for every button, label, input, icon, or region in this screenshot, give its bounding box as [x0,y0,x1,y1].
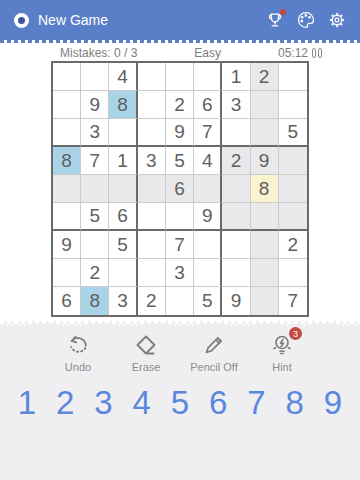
cell-r7c6[interactable] [194,231,222,259]
cell-r6c1[interactable] [53,203,81,231]
cell-r3c5[interactable]: 9 [166,119,194,147]
cell-r2c5[interactable]: 2 [166,91,194,119]
undo-button[interactable]: Undo [44,332,112,373]
cell-r9c1[interactable]: 6 [53,287,81,315]
lightbulb-icon: 3 [269,332,295,358]
cell-r3c3[interactable] [109,119,137,147]
cell-r2c2[interactable]: 9 [81,91,109,119]
settings-button[interactable] [326,9,348,31]
cell-r1c1[interactable] [53,63,81,91]
cell-r6c8[interactable] [251,203,279,231]
cell-r3c1[interactable] [53,119,81,147]
palette-button[interactable] [295,9,317,31]
numpad-5[interactable]: 5 [165,385,195,421]
cell-r1c8[interactable]: 2 [251,63,279,91]
cell-r7c5[interactable]: 7 [166,231,194,259]
numpad-6[interactable]: 6 [203,385,233,421]
cell-r3c8[interactable] [251,119,279,147]
cell-r8c1[interactable] [53,259,81,287]
cell-r3c4[interactable] [138,119,166,147]
numpad-9[interactable]: 9 [318,385,348,421]
cell-r2c1[interactable] [53,91,81,119]
cell-r8c3[interactable] [109,259,137,287]
cell-r5c6[interactable] [194,175,222,203]
sudoku-board: 41298263397587135429685699572236832597 [51,61,309,317]
cell-r1c6[interactable] [194,63,222,91]
erase-button[interactable]: Erase [112,332,180,373]
cell-r6c4[interactable] [138,203,166,231]
pause-button[interactable] [312,48,322,58]
palette-icon [296,10,316,30]
cell-r6c7[interactable] [222,203,250,231]
cell-r5c8[interactable]: 8 [251,175,279,203]
cell-r4c4[interactable]: 3 [138,147,166,175]
numpad-3[interactable]: 3 [89,385,119,421]
cell-r3c6[interactable]: 7 [194,119,222,147]
cell-r9c2[interactable]: 8 [81,287,109,315]
undo-label: Undo [65,361,91,373]
cell-r6c3[interactable]: 6 [109,203,137,231]
new-game-label: New Game [38,12,108,28]
cell-r7c7[interactable] [222,231,250,259]
cell-r1c3[interactable]: 4 [109,63,137,91]
cell-r2c9[interactable] [279,91,307,119]
cell-r3c9[interactable]: 5 [279,119,307,147]
cell-r8c2[interactable]: 2 [81,259,109,287]
gear-icon [327,10,347,30]
cell-r4c8[interactable]: 9 [251,147,279,175]
cell-r4c1[interactable]: 8 [53,147,81,175]
cell-r4c6[interactable]: 4 [194,147,222,175]
cell-r9c4[interactable]: 2 [138,287,166,315]
cell-r5c1[interactable] [53,175,81,203]
top-bar: New Game [0,0,360,40]
cell-r8c9[interactable] [279,259,307,287]
cell-r8c7[interactable] [222,259,250,287]
cell-r2c7[interactable]: 3 [222,91,250,119]
cell-r9c3[interactable]: 3 [109,287,137,315]
status-row: Mistakes: 0 / 3 Easy 05:12 [0,45,360,60]
cell-r1c5[interactable] [166,63,194,91]
cell-r7c4[interactable] [138,231,166,259]
cell-r4c9[interactable] [279,147,307,175]
cell-r6c2[interactable]: 5 [81,203,109,231]
topbar-actions [264,9,348,31]
numpad-4[interactable]: 4 [127,385,157,421]
cell-r3c2[interactable]: 3 [81,119,109,147]
cell-r4c3[interactable]: 1 [109,147,137,175]
cell-r8c4[interactable] [138,259,166,287]
cell-r9c7[interactable]: 9 [222,287,250,315]
cell-r8c8[interactable] [251,259,279,287]
cell-r9c5[interactable] [166,287,194,315]
record-icon [14,13,29,28]
trophy-notification-dot [280,9,286,15]
cell-r4c7[interactable]: 2 [222,147,250,175]
cell-r9c8[interactable] [251,287,279,315]
cell-r6c9[interactable] [279,203,307,231]
cell-r2c3[interactable]: 8 [109,91,137,119]
eraser-icon [133,332,159,358]
cell-r1c9[interactable] [279,63,307,91]
cell-r7c2[interactable] [81,231,109,259]
topbar-fringe [0,40,360,43]
pause-icon [312,48,316,58]
cell-r7c1[interactable]: 9 [53,231,81,259]
pencil-button[interactable]: Pencil Off [180,332,248,373]
numpad-8[interactable]: 8 [280,385,310,421]
hint-label: Hint [272,361,292,373]
cell-r6c6[interactable]: 9 [194,203,222,231]
numpad-1[interactable]: 1 [12,385,42,421]
difficulty-label: Easy [194,46,221,60]
pencil-icon [201,332,227,358]
footer-panel: Undo Erase Pencil Off [0,321,360,480]
cell-r5c2[interactable] [81,175,109,203]
numpad-2[interactable]: 2 [50,385,80,421]
pause-icon [318,48,322,58]
numpad-7[interactable]: 7 [242,385,272,421]
cell-r8c6[interactable] [194,259,222,287]
number-pad: 1 2 3 4 5 6 7 8 9 [0,385,360,421]
timer-label: 05:12 [278,46,308,60]
cell-r8c5[interactable]: 3 [166,259,194,287]
cell-r5c4[interactable] [138,175,166,203]
trophy-button[interactable] [264,9,286,31]
cell-r5c3[interactable] [109,175,137,203]
undo-icon [65,332,91,358]
cell-r7c9[interactable]: 2 [279,231,307,259]
cell-r2c6[interactable]: 6 [194,91,222,119]
cell-r1c2[interactable] [81,63,109,91]
cell-r5c9[interactable] [279,175,307,203]
cell-r9c6[interactable]: 5 [194,287,222,315]
cell-r2c4[interactable] [138,91,166,119]
hint-button[interactable]: 3 Hint [248,332,316,373]
hint-badge: 3 [289,327,302,340]
cell-r5c7[interactable] [222,175,250,203]
new-game-button[interactable]: New Game [14,12,108,28]
cell-r5c5[interactable]: 6 [166,175,194,203]
cell-r4c5[interactable]: 5 [166,147,194,175]
cell-r2c8[interactable] [251,91,279,119]
cell-r3c7[interactable] [222,119,250,147]
cell-r7c8[interactable] [251,231,279,259]
pencil-label: Pencil Off [190,361,238,373]
cell-r1c4[interactable] [138,63,166,91]
mistakes-label: Mistakes: 0 / 3 [60,46,137,60]
toolbar: Undo Erase Pencil Off [0,332,360,373]
cell-r9c9[interactable]: 7 [279,287,307,315]
cell-r4c2[interactable]: 7 [81,147,109,175]
cell-r7c3[interactable]: 5 [109,231,137,259]
cell-r1c7[interactable]: 1 [222,63,250,91]
erase-label: Erase [132,361,161,373]
cell-r6c5[interactable] [166,203,194,231]
